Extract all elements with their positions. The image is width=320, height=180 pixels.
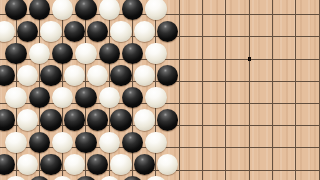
black-stone[interactable] bbox=[0, 109, 15, 130]
white-stone[interactable] bbox=[145, 176, 166, 180]
grid-line-vertical bbox=[272, 0, 273, 180]
black-stone[interactable] bbox=[122, 43, 143, 64]
screenshot bbox=[0, 0, 320, 180]
white-stone[interactable] bbox=[0, 21, 15, 42]
white-stone[interactable] bbox=[5, 87, 26, 108]
black-stone[interactable] bbox=[29, 87, 50, 108]
white-stone[interactable] bbox=[5, 176, 26, 180]
white-stone[interactable] bbox=[134, 65, 155, 86]
black-stone[interactable] bbox=[29, 176, 50, 180]
white-stone[interactable] bbox=[17, 65, 38, 86]
white-stone[interactable] bbox=[145, 43, 166, 64]
black-stone[interactable] bbox=[122, 176, 143, 180]
black-stone[interactable] bbox=[5, 43, 26, 64]
white-stone[interactable] bbox=[134, 21, 155, 42]
black-stone[interactable] bbox=[52, 43, 73, 64]
black-stone[interactable] bbox=[157, 65, 178, 86]
white-stone[interactable] bbox=[110, 154, 131, 175]
white-stone[interactable] bbox=[64, 65, 85, 86]
black-stone[interactable] bbox=[0, 65, 15, 86]
white-stone[interactable] bbox=[145, 132, 166, 153]
white-stone[interactable] bbox=[52, 176, 73, 180]
black-stone[interactable] bbox=[75, 132, 96, 153]
black-stone[interactable] bbox=[157, 21, 178, 42]
black-stone[interactable] bbox=[5, 0, 26, 20]
black-stone[interactable] bbox=[64, 109, 85, 130]
black-stone[interactable] bbox=[75, 87, 96, 108]
black-stone[interactable] bbox=[40, 154, 61, 175]
black-stone[interactable] bbox=[29, 0, 50, 20]
white-stone[interactable] bbox=[64, 154, 85, 175]
go-board[interactable] bbox=[0, 0, 320, 180]
black-stone[interactable] bbox=[122, 87, 143, 108]
black-stone[interactable] bbox=[40, 65, 61, 86]
white-stone[interactable] bbox=[52, 87, 73, 108]
black-stone[interactable] bbox=[110, 109, 131, 130]
white-stone[interactable] bbox=[29, 43, 50, 64]
black-stone[interactable] bbox=[29, 132, 50, 153]
black-stone[interactable] bbox=[122, 132, 143, 153]
white-stone[interactable] bbox=[157, 154, 178, 175]
white-stone[interactable] bbox=[145, 87, 166, 108]
white-stone[interactable] bbox=[17, 109, 38, 130]
black-stone[interactable] bbox=[87, 21, 108, 42]
white-stone[interactable] bbox=[52, 0, 73, 20]
white-stone[interactable] bbox=[145, 0, 166, 20]
white-stone[interactable] bbox=[75, 43, 96, 64]
black-stone[interactable] bbox=[64, 21, 85, 42]
white-stone[interactable] bbox=[110, 21, 131, 42]
black-stone[interactable] bbox=[0, 154, 15, 175]
star-point bbox=[248, 57, 251, 60]
black-stone[interactable] bbox=[75, 176, 96, 180]
white-stone[interactable] bbox=[87, 65, 108, 86]
black-stone[interactable] bbox=[17, 21, 38, 42]
white-stone[interactable] bbox=[99, 176, 120, 180]
white-stone[interactable] bbox=[5, 132, 26, 153]
black-stone[interactable] bbox=[134, 154, 155, 175]
black-stone[interactable] bbox=[40, 109, 61, 130]
black-stone[interactable] bbox=[75, 0, 96, 20]
white-stone[interactable] bbox=[134, 109, 155, 130]
white-stone[interactable] bbox=[99, 0, 120, 20]
black-stone[interactable] bbox=[87, 109, 108, 130]
grid-line-vertical bbox=[295, 0, 296, 180]
grid-line-vertical bbox=[202, 0, 203, 180]
white-stone[interactable] bbox=[17, 154, 38, 175]
white-stone[interactable] bbox=[52, 132, 73, 153]
white-stone[interactable] bbox=[99, 87, 120, 108]
black-stone[interactable] bbox=[99, 43, 120, 64]
grid-line-vertical bbox=[225, 0, 226, 180]
black-stone[interactable] bbox=[87, 154, 108, 175]
grid-line-vertical bbox=[179, 0, 180, 180]
white-stone[interactable] bbox=[99, 132, 120, 153]
black-stone[interactable] bbox=[122, 0, 143, 20]
black-stone[interactable] bbox=[157, 109, 178, 130]
white-stone[interactable] bbox=[40, 21, 61, 42]
black-stone[interactable] bbox=[110, 65, 131, 86]
grid-line-vertical bbox=[249, 0, 250, 180]
